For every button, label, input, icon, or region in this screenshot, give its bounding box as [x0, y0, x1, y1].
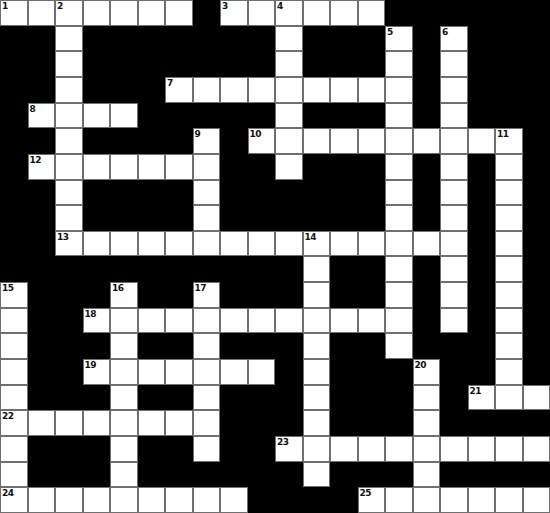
cell-r2-c14[interactable] [385, 51, 413, 77]
cell-r18-c10 [275, 462, 303, 488]
cell-r7-c14[interactable] [385, 180, 413, 206]
cell-r17-c11[interactable] [303, 436, 331, 462]
cell-r13-c11[interactable] [303, 333, 331, 359]
cell-r19-c7[interactable] [193, 487, 221, 513]
cell-r1-c12 [330, 26, 358, 52]
cell-r0-c17 [468, 0, 496, 26]
cell-r15-c4[interactable] [110, 385, 138, 411]
cell-r15-c19[interactable] [523, 385, 550, 411]
cell-r13-c5 [138, 333, 166, 359]
cell-r5-c16[interactable] [440, 128, 468, 154]
cell-r0-c12[interactable] [330, 0, 358, 26]
cell-r3-c11[interactable] [303, 77, 331, 103]
cell-r19-c8[interactable] [220, 487, 248, 513]
cell-r19-c17[interactable] [468, 487, 496, 513]
cell-r15-c1 [28, 385, 56, 411]
cell-r16-c1[interactable] [28, 410, 56, 436]
cell-r12-c10[interactable] [275, 308, 303, 334]
cell-r5-c18[interactable]: 11 [495, 128, 523, 154]
cell-r7-c7[interactable] [193, 180, 221, 206]
cell-r10-c16[interactable] [440, 256, 468, 282]
cell-r3-c6[interactable]: 7 [165, 77, 193, 103]
cell-r8-c13 [358, 205, 386, 231]
cell-r13-c7[interactable] [193, 333, 221, 359]
cell-r11-c0[interactable]: 15 [0, 282, 28, 308]
cell-r5-c17[interactable] [468, 128, 496, 154]
clue-number-7: 7 [167, 78, 173, 88]
cell-r0-c8[interactable]: 3 [220, 0, 248, 26]
cell-r10-c11[interactable] [303, 256, 331, 282]
cell-r17-c16[interactable] [440, 436, 468, 462]
cell-r19-c6[interactable] [165, 487, 193, 513]
cell-r18-c0[interactable] [0, 462, 28, 488]
cell-r19-c1[interactable] [28, 487, 56, 513]
cell-r19-c19[interactable] [523, 487, 550, 513]
cell-r7-c1 [28, 180, 56, 206]
cell-r12-c13[interactable] [358, 308, 386, 334]
cell-r12-c12[interactable] [330, 308, 358, 334]
clue-number-19: 19 [85, 360, 97, 370]
cell-r12-c14[interactable] [385, 308, 413, 334]
cell-r13-c0[interactable] [0, 333, 28, 359]
cell-r16-c7[interactable] [193, 410, 221, 436]
clue-number-6: 6 [442, 27, 448, 37]
cell-r7-c11 [303, 180, 331, 206]
cell-r16-c3[interactable] [83, 410, 111, 436]
cell-r19-c0[interactable]: 24 [0, 487, 28, 513]
cell-r1-c16[interactable]: 6 [440, 26, 468, 52]
cell-r7-c18[interactable] [495, 180, 523, 206]
cell-r5-c13[interactable] [358, 128, 386, 154]
cell-r10-c14[interactable] [385, 256, 413, 282]
cell-r11-c18[interactable] [495, 282, 523, 308]
cell-r13-c4[interactable] [110, 333, 138, 359]
cell-r12-c18[interactable] [495, 308, 523, 334]
cell-r1-c7 [193, 26, 221, 52]
cell-r5-c2[interactable] [55, 128, 83, 154]
cell-r14-c18[interactable] [495, 359, 523, 385]
cell-r7-c15 [413, 180, 441, 206]
cell-r11-c4[interactable]: 16 [110, 282, 138, 308]
cell-r6-c19 [523, 154, 550, 180]
cell-r2-c10[interactable] [275, 51, 303, 77]
cell-r15-c15[interactable] [413, 385, 441, 411]
cell-r3-c5 [138, 77, 166, 103]
cell-r18-c19 [523, 462, 550, 488]
cell-r5-c4 [110, 128, 138, 154]
cell-r3-c9[interactable] [248, 77, 276, 103]
cell-r0-c9[interactable] [248, 0, 276, 26]
cell-r9-c2[interactable]: 13 [55, 231, 83, 257]
cell-r6-c2[interactable] [55, 154, 83, 180]
cell-r11-c15 [413, 282, 441, 308]
cell-r9-c19 [523, 231, 550, 257]
cell-r4-c11 [303, 103, 331, 129]
cell-r7-c4 [110, 180, 138, 206]
cell-r4-c16[interactable] [440, 103, 468, 129]
cell-r14-c11[interactable] [303, 359, 331, 385]
cell-r3-c3 [83, 77, 111, 103]
cell-r1-c14[interactable]: 5 [385, 26, 413, 52]
clue-number-25: 25 [360, 488, 372, 498]
cell-r3-c12[interactable] [330, 77, 358, 103]
cell-r15-c14 [385, 385, 413, 411]
cell-r0-c15 [413, 0, 441, 26]
cell-r12-c6[interactable] [165, 308, 193, 334]
cell-r4-c14[interactable] [385, 103, 413, 129]
cell-r14-c0[interactable] [0, 359, 28, 385]
cell-r5-c12[interactable] [330, 128, 358, 154]
cell-r8-c9 [248, 205, 276, 231]
cell-r8-c18[interactable] [495, 205, 523, 231]
cell-r17-c0[interactable] [0, 436, 28, 462]
cell-r6-c11 [303, 154, 331, 180]
cell-r6-c7[interactable] [193, 154, 221, 180]
cell-r11-c10 [275, 282, 303, 308]
cell-r8-c16[interactable] [440, 205, 468, 231]
cell-r6-c4[interactable] [110, 154, 138, 180]
cell-r11-c11[interactable] [303, 282, 331, 308]
cell-r7-c19 [523, 180, 550, 206]
cell-r4-c7 [193, 103, 221, 129]
cell-r14-c17 [468, 359, 496, 385]
cell-r17-c15[interactable] [413, 436, 441, 462]
cell-r11-c1 [28, 282, 56, 308]
cell-r18-c11[interactable] [303, 462, 331, 488]
cell-r0-c13[interactable] [358, 0, 386, 26]
cell-r12-c11[interactable] [303, 308, 331, 334]
cell-r3-c16[interactable] [440, 77, 468, 103]
cell-r4-c0 [0, 103, 28, 129]
cell-r4-c1[interactable]: 8 [28, 103, 56, 129]
cell-r14-c4[interactable] [110, 359, 138, 385]
cell-r13-c8 [220, 333, 248, 359]
cell-r16-c2[interactable] [55, 410, 83, 436]
cell-r4-c2[interactable] [55, 103, 83, 129]
cell-r1-c15 [413, 26, 441, 52]
cell-r3-c7[interactable] [193, 77, 221, 103]
cell-r17-c4[interactable] [110, 436, 138, 462]
cell-r9-c11[interactable]: 14 [303, 231, 331, 257]
cell-r16-c4[interactable] [110, 410, 138, 436]
cell-r11-c9 [248, 282, 276, 308]
cell-r5-c1 [28, 128, 56, 154]
cell-r11-c3 [83, 282, 111, 308]
cell-r15-c10 [275, 385, 303, 411]
cell-r4-c3[interactable] [83, 103, 111, 129]
cell-r5-c11[interactable] [303, 128, 331, 154]
cell-r15-c2 [55, 385, 83, 411]
cell-r6-c3[interactable] [83, 154, 111, 180]
cell-r19-c15[interactable] [413, 487, 441, 513]
cell-r0-c5[interactable] [138, 0, 166, 26]
cell-r8-c5 [138, 205, 166, 231]
cell-r1-c3 [83, 26, 111, 52]
cell-r18-c8 [220, 462, 248, 488]
cell-r12-c16[interactable] [440, 308, 468, 334]
cell-r9-c8[interactable] [220, 231, 248, 257]
cell-r14-c13 [358, 359, 386, 385]
cell-r14-c9[interactable] [248, 359, 276, 385]
cell-r6-c10[interactable] [275, 154, 303, 180]
cell-r14-c5[interactable] [138, 359, 166, 385]
cell-r9-c7[interactable] [193, 231, 221, 257]
cell-r4-c19 [523, 103, 550, 129]
cell-r9-c10[interactable] [275, 231, 303, 257]
cell-r18-c17 [468, 462, 496, 488]
cell-r0-c3[interactable] [83, 0, 111, 26]
cell-r10-c1 [28, 256, 56, 282]
cell-r16-c8 [220, 410, 248, 436]
cell-r3-c10[interactable] [275, 77, 303, 103]
cell-r1-c1 [28, 26, 56, 52]
cell-r16-c15[interactable] [413, 410, 441, 436]
cell-r9-c18[interactable] [495, 231, 523, 257]
cell-r5-c8 [220, 128, 248, 154]
cell-r19-c5[interactable] [138, 487, 166, 513]
cell-r12-c3[interactable]: 18 [83, 308, 111, 334]
cell-r18-c4[interactable] [110, 462, 138, 488]
cell-r17-c5 [138, 436, 166, 462]
cell-r0-c10[interactable]: 4 [275, 0, 303, 26]
cell-r19-c10 [275, 487, 303, 513]
cell-r14-c6[interactable] [165, 359, 193, 385]
cell-r19-c3[interactable] [83, 487, 111, 513]
cell-r13-c14[interactable] [385, 333, 413, 359]
cell-r3-c2[interactable] [55, 77, 83, 103]
cell-r7-c10 [275, 180, 303, 206]
cell-r12-c8[interactable] [220, 308, 248, 334]
cell-r7-c17 [468, 180, 496, 206]
cell-r12-c17 [468, 308, 496, 334]
cell-r6-c14[interactable] [385, 154, 413, 180]
cell-r18-c15[interactable] [413, 462, 441, 488]
cell-r13-c18[interactable] [495, 333, 523, 359]
cell-r16-c0[interactable]: 22 [0, 410, 28, 436]
cell-r9-c16[interactable] [440, 231, 468, 257]
cell-r14-c15[interactable]: 20 [413, 359, 441, 385]
cell-r17-c12[interactable] [330, 436, 358, 462]
cell-r14-c14 [385, 359, 413, 385]
cell-r1-c2[interactable] [55, 26, 83, 52]
cell-r1-c10[interactable] [275, 26, 303, 52]
clue-number-14: 14 [305, 232, 317, 242]
cell-r5-c9[interactable]: 10 [248, 128, 276, 154]
cell-r9-c13[interactable] [358, 231, 386, 257]
cell-r9-c4[interactable] [110, 231, 138, 257]
clue-number-9: 9 [195, 129, 201, 139]
cell-r15-c7[interactable] [193, 385, 221, 411]
cell-r17-c13[interactable] [358, 436, 386, 462]
cell-r8-c11 [303, 205, 331, 231]
cell-r8-c2[interactable] [55, 205, 83, 231]
cell-r7-c0 [0, 180, 28, 206]
clue-number-10: 10 [250, 129, 262, 139]
cell-r0-c14 [385, 0, 413, 26]
cell-r6-c1[interactable]: 12 [28, 154, 56, 180]
cell-r6-c6[interactable] [165, 154, 193, 180]
cell-r3-c14[interactable] [385, 77, 413, 103]
clue-number-20: 20 [415, 360, 427, 370]
cell-r17-c10[interactable]: 23 [275, 436, 303, 462]
cell-r17-c14[interactable] [385, 436, 413, 462]
cell-r9-c15[interactable] [413, 231, 441, 257]
cell-r15-c9 [248, 385, 276, 411]
cell-r19-c16[interactable] [440, 487, 468, 513]
cell-r5-c19 [523, 128, 550, 154]
cell-r11-c12 [330, 282, 358, 308]
cell-r2-c11 [303, 51, 331, 77]
cell-r16-c5[interactable] [138, 410, 166, 436]
cell-r10-c10 [275, 256, 303, 282]
cell-r5-c14[interactable] [385, 128, 413, 154]
clue-number-11: 11 [497, 129, 509, 139]
clue-number-8: 8 [30, 104, 36, 114]
cell-r8-c14[interactable] [385, 205, 413, 231]
cell-r12-c0[interactable] [0, 308, 28, 334]
cell-r11-c7[interactable]: 17 [193, 282, 221, 308]
cell-r0-c4[interactable] [110, 0, 138, 26]
cell-r1-c11 [303, 26, 331, 52]
cell-r14-c7[interactable] [193, 359, 221, 385]
clue-number-12: 12 [30, 155, 42, 165]
cell-r15-c12 [330, 385, 358, 411]
cell-r6-c16[interactable] [440, 154, 468, 180]
cell-r7-c16[interactable] [440, 180, 468, 206]
cell-r8-c15 [413, 205, 441, 231]
cell-r18-c1 [28, 462, 56, 488]
cell-r10-c19 [523, 256, 550, 282]
cell-r2-c3 [83, 51, 111, 77]
cell-r6-c5[interactable] [138, 154, 166, 180]
cell-r2-c16[interactable] [440, 51, 468, 77]
cell-r14-c8[interactable] [220, 359, 248, 385]
cell-r8-c10 [275, 205, 303, 231]
cell-r0-c1[interactable] [28, 0, 56, 26]
cell-r19-c4[interactable] [110, 487, 138, 513]
cell-r1-c19 [523, 26, 550, 52]
cell-r3-c8[interactable] [220, 77, 248, 103]
cell-r2-c2[interactable] [55, 51, 83, 77]
cell-r19-c13[interactable]: 25 [358, 487, 386, 513]
cell-r15-c11[interactable] [303, 385, 331, 411]
cell-r12-c9[interactable] [248, 308, 276, 334]
cell-r19-c2[interactable] [55, 487, 83, 513]
cell-r9-c14[interactable] [385, 231, 413, 257]
cell-r19-c18[interactable] [495, 487, 523, 513]
cell-r1-c4 [110, 26, 138, 52]
cell-r0-c2[interactable]: 2 [55, 0, 83, 26]
cell-r13-c12 [330, 333, 358, 359]
cell-r7-c12 [330, 180, 358, 206]
cell-r2-c15 [413, 51, 441, 77]
cell-r18-c16 [440, 462, 468, 488]
cell-r1-c8 [220, 26, 248, 52]
cell-r1-c18 [495, 26, 523, 52]
cell-r15-c17[interactable]: 21 [468, 385, 496, 411]
cell-r0-c11[interactable] [303, 0, 331, 26]
clue-number-17: 17 [195, 283, 207, 293]
cell-r15-c18[interactable] [495, 385, 523, 411]
cell-r11-c8 [220, 282, 248, 308]
clue-number-18: 18 [85, 309, 97, 319]
cell-r16-c12 [330, 410, 358, 436]
cell-r16-c13 [358, 410, 386, 436]
cell-r17-c9 [248, 436, 276, 462]
cell-r17-c17[interactable] [468, 436, 496, 462]
cell-r11-c19 [523, 282, 550, 308]
cell-r9-c6[interactable] [165, 231, 193, 257]
cell-r0-c0[interactable]: 1 [0, 0, 28, 26]
cell-r10-c18[interactable] [495, 256, 523, 282]
cell-r4-c10[interactable] [275, 103, 303, 129]
cell-r13-c10 [275, 333, 303, 359]
clue-number-5: 5 [387, 27, 393, 37]
cell-r5-c10[interactable] [275, 128, 303, 154]
cell-r19-c11 [303, 487, 331, 513]
cell-r12-c4[interactable] [110, 308, 138, 334]
cell-r8-c4 [110, 205, 138, 231]
cell-r11-c16[interactable] [440, 282, 468, 308]
clue-number-4: 4 [277, 1, 283, 11]
cell-r6-c9 [248, 154, 276, 180]
clue-number-16: 16 [112, 283, 124, 293]
cell-r7-c2[interactable] [55, 180, 83, 206]
cell-r1-c0 [0, 26, 28, 52]
cell-r10-c8 [220, 256, 248, 282]
cell-r5-c0 [0, 128, 28, 154]
cell-r4-c4[interactable] [110, 103, 138, 129]
cell-r5-c15[interactable] [413, 128, 441, 154]
cell-r17-c18[interactable] [495, 436, 523, 462]
cell-r9-c3[interactable] [83, 231, 111, 257]
cell-r7-c6 [165, 180, 193, 206]
clue-number-15: 15 [2, 283, 14, 293]
cell-r6-c18[interactable] [495, 154, 523, 180]
cell-r9-c5[interactable] [138, 231, 166, 257]
cell-r9-c9[interactable] [248, 231, 276, 257]
cell-r19-c14[interactable] [385, 487, 413, 513]
cell-r11-c14[interactable] [385, 282, 413, 308]
cell-r17-c7[interactable] [193, 436, 221, 462]
cell-r16-c6[interactable] [165, 410, 193, 436]
cell-r5-c7[interactable]: 9 [193, 128, 221, 154]
cell-r18-c3 [83, 462, 111, 488]
cell-r6-c0 [0, 154, 28, 180]
cell-r8-c7[interactable] [193, 205, 221, 231]
cell-r9-c12[interactable] [330, 231, 358, 257]
cell-r18-c14 [385, 462, 413, 488]
cell-r18-c9 [248, 462, 276, 488]
cell-r10-c12 [330, 256, 358, 282]
cell-r14-c3[interactable]: 19 [83, 359, 111, 385]
cell-r5-c3 [83, 128, 111, 154]
cell-r18-c7 [193, 462, 221, 488]
cell-r8-c1 [28, 205, 56, 231]
cell-r12-c5[interactable] [138, 308, 166, 334]
cell-r3-c18 [495, 77, 523, 103]
cell-r0-c18 [495, 0, 523, 26]
cell-r16-c11[interactable] [303, 410, 331, 436]
cell-r0-c6[interactable] [165, 0, 193, 26]
cell-r6-c17 [468, 154, 496, 180]
cell-r3-c13[interactable] [358, 77, 386, 103]
cell-r15-c0[interactable] [0, 385, 28, 411]
cell-r17-c19[interactable] [523, 436, 550, 462]
cell-r12-c7[interactable] [193, 308, 221, 334]
clue-number-24: 24 [2, 488, 14, 498]
cell-r10-c13 [358, 256, 386, 282]
